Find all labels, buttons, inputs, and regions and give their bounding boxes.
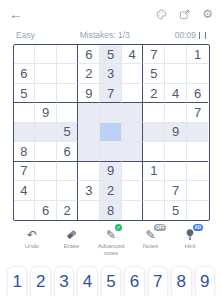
cell-r7c1[interactable]: 7 — [14, 162, 36, 181]
cell-r8c1[interactable]: 4 — [14, 181, 36, 200]
cell-r9c2[interactable]: 6 — [35, 201, 57, 220]
top-bar: ← ⚙ — [0, 0, 222, 22]
numpad-1[interactable]: 1 — [7, 266, 27, 296]
cell-r1c3[interactable] — [57, 45, 79, 64]
cell-r6c2[interactable] — [35, 142, 57, 161]
cell-r7c5[interactable]: 9 — [100, 162, 122, 181]
cell-r2c6[interactable] — [122, 64, 144, 83]
timer-value: 00:09 — [175, 30, 196, 40]
notes-off-badge: OFF — [154, 224, 166, 231]
cell-r6c1[interactable]: 8 — [14, 142, 36, 161]
cell-r6c7[interactable] — [143, 142, 165, 161]
cell-r4c3[interactable] — [57, 103, 79, 122]
cell-r6c3[interactable]: 6 — [57, 142, 79, 161]
cell-r4c7[interactable] — [143, 103, 165, 122]
cell-r1c8[interactable] — [165, 45, 187, 64]
pause-icon[interactable] — [199, 32, 206, 39]
cell-r3c4[interactable]: 9 — [78, 84, 100, 103]
erase-button[interactable]: Erase — [53, 228, 91, 250]
cell-r5c5[interactable] — [100, 123, 122, 142]
advanced-notes-button[interactable]: ✎ ✓ Advanced notes — [92, 228, 130, 257]
cell-r6c6[interactable] — [122, 142, 144, 161]
difficulty-label: Easy — [16, 30, 35, 40]
cell-r9c6[interactable] — [122, 201, 144, 220]
cell-r7c3[interactable] — [57, 162, 79, 181]
cell-r9c5[interactable]: 8 — [100, 201, 122, 220]
cell-r9c9[interactable] — [187, 201, 209, 220]
cell-r6c8[interactable] — [165, 142, 187, 161]
toolbar: ↶ Undo Erase ✎ ✓ Advanced notes — [0, 228, 222, 257]
cell-r5c8[interactable]: 9 — [165, 123, 187, 142]
cell-r9c8[interactable]: 5 — [165, 201, 187, 220]
settings-gear-icon[interactable]: ⚙ — [202, 8, 213, 20]
cell-r3c7[interactable]: 2 — [143, 84, 165, 103]
cell-r1c4[interactable]: 6 — [78, 45, 100, 64]
cell-r7c4[interactable] — [78, 162, 100, 181]
cell-r3c6[interactable] — [122, 84, 144, 103]
numpad-6[interactable]: 6 — [124, 266, 144, 296]
cell-r9c3[interactable]: 2 — [57, 201, 79, 220]
cell-r1c7[interactable]: 7 — [143, 45, 165, 64]
cell-r5c4[interactable] — [78, 123, 100, 142]
advanced-notes-badge: ✓ — [115, 224, 122, 231]
cell-r2c3[interactable] — [57, 64, 79, 83]
mistakes-counter: Mistakes: 1/3 — [80, 30, 130, 40]
pencil-icon: ✎ ✓ — [106, 228, 116, 241]
cell-r6c5[interactable] — [100, 142, 122, 161]
pencil-icon: ✎ OFF — [145, 228, 155, 241]
undo-icon: ↶ — [27, 228, 37, 241]
bulb-icon: AD — [184, 228, 196, 241]
cell-r4c5[interactable] — [100, 103, 122, 122]
cell-r8c2[interactable] — [35, 181, 57, 200]
timer: 00:09 — [175, 30, 206, 40]
cell-r8c5[interactable]: 2 — [100, 181, 122, 200]
cell-r1c9[interactable]: 1 — [187, 45, 209, 64]
cell-r2c5[interactable]: 3 — [100, 64, 122, 83]
cell-r4c1[interactable] — [14, 103, 36, 122]
undo-button[interactable]: ↶ Undo — [13, 228, 51, 250]
hint-label: Hint — [185, 243, 196, 250]
cell-r7c8[interactable] — [165, 162, 187, 181]
numpad-8[interactable]: 8 — [171, 266, 191, 296]
cell-r9c7[interactable] — [143, 201, 165, 220]
numpad-2[interactable]: 2 — [30, 266, 50, 296]
undo-label: Undo — [25, 243, 39, 250]
palette-icon[interactable] — [156, 9, 167, 20]
cell-r2c1[interactable]: 6 — [14, 64, 36, 83]
numpad-3[interactable]: 3 — [54, 266, 74, 296]
cell-r5c2[interactable] — [35, 123, 57, 142]
cell-r2c7[interactable]: 5 — [143, 64, 165, 83]
cell-r5c6[interactable] — [122, 123, 144, 142]
cell-r3c2[interactable] — [35, 84, 57, 103]
cell-r5c3[interactable]: 5 — [57, 123, 79, 142]
cell-r4c2[interactable]: 9 — [35, 103, 57, 122]
sudoku-board: 65471623559724697598679143276285 — [13, 44, 210, 221]
cell-r2c2[interactable] — [35, 64, 57, 83]
cell-r1c2[interactable] — [35, 45, 57, 64]
numpad-4[interactable]: 4 — [77, 266, 97, 296]
cell-r7c2[interactable] — [35, 162, 57, 181]
cell-r3c8[interactable]: 4 — [165, 84, 187, 103]
cell-r8c3[interactable] — [57, 181, 79, 200]
status-bar: Easy Mistakes: 1/3 00:09 — [0, 22, 222, 43]
erase-label: Erase — [64, 243, 80, 250]
cell-r1c6[interactable]: 4 — [122, 45, 144, 64]
cell-r7c7[interactable]: 1 — [143, 162, 165, 181]
sudoku-app: ← ⚙ Easy Mistakes: 1/3 00:09 — [0, 0, 222, 296]
cell-r8c7[interactable] — [143, 181, 165, 200]
hint-button[interactable]: AD Hint — [171, 228, 209, 250]
back-button[interactable]: ← — [9, 7, 23, 21]
share-icon[interactable] — [179, 9, 190, 20]
cell-r8c9[interactable] — [187, 181, 209, 200]
cell-r6c9[interactable] — [187, 142, 209, 161]
cell-r1c5[interactable]: 5 — [100, 45, 122, 64]
numpad-5[interactable]: 5 — [101, 266, 121, 296]
cell-r9c1[interactable] — [14, 201, 36, 220]
cell-r7c6[interactable] — [122, 162, 144, 181]
numpad-9[interactable]: 9 — [195, 266, 215, 296]
cell-r3c1[interactable]: 5 — [14, 84, 36, 103]
cell-r2c4[interactable]: 2 — [78, 64, 100, 83]
cell-r2c8[interactable] — [165, 64, 187, 83]
cell-r9c4[interactable] — [78, 201, 100, 220]
cell-r5c1[interactable] — [14, 123, 36, 142]
cell-r5c7[interactable] — [143, 123, 165, 142]
eraser-icon — [65, 228, 78, 241]
hint-badge: AD — [193, 224, 203, 231]
notes-button[interactable]: ✎ OFF Notes — [132, 228, 170, 250]
cell-r3c5[interactable]: 7 — [100, 84, 122, 103]
cell-r4c9[interactable]: 7 — [187, 103, 209, 122]
cell-r1c1[interactable] — [14, 45, 36, 64]
advanced-notes-label: Advanced notes — [98, 243, 125, 257]
cell-r3c3[interactable] — [57, 84, 79, 103]
number-pad: 1 2 3 4 5 6 7 8 9 — [0, 266, 222, 296]
cell-r2c9[interactable] — [187, 64, 209, 83]
cell-r4c6[interactable] — [122, 103, 144, 122]
cell-r5c9[interactable] — [187, 123, 209, 142]
cell-r6c4[interactable] — [78, 142, 100, 161]
cell-r4c4[interactable] — [78, 103, 100, 122]
cell-r8c8[interactable]: 7 — [165, 181, 187, 200]
cell-r8c6[interactable] — [122, 181, 144, 200]
cell-r4c8[interactable] — [165, 103, 187, 122]
cell-r8c4[interactable]: 3 — [78, 181, 100, 200]
cell-r7c9[interactable] — [187, 162, 209, 181]
notes-label: Notes — [143, 243, 159, 250]
cell-r3c9[interactable]: 6 — [187, 84, 209, 103]
numpad-7[interactable]: 7 — [148, 266, 168, 296]
